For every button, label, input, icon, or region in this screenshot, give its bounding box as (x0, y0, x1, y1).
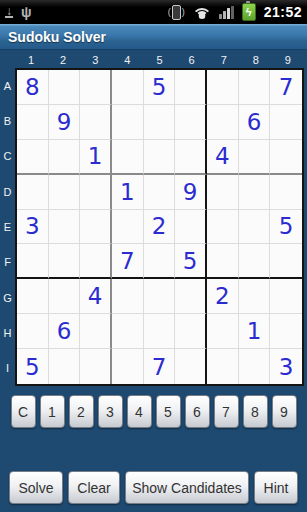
download-icon: ↓ (5, 6, 13, 18)
row-label-G: G (0, 280, 15, 315)
row-label-E: E (0, 209, 15, 244)
cell-I6[interactable] (175, 349, 207, 384)
cell-D6[interactable]: 9 (175, 175, 207, 210)
signal-bar-4 (231, 6, 234, 19)
signal-bar-1 (219, 14, 222, 19)
cell-A3[interactable] (80, 70, 112, 105)
cell-B7[interactable] (207, 105, 239, 140)
cell-G1[interactable] (17, 279, 49, 314)
status-bar-right: () ϟ 21:52 (168, 0, 302, 24)
key-C[interactable]: C (11, 395, 36, 428)
col-label-6: 6 (176, 52, 208, 68)
vibrate-icon: () (168, 5, 185, 20)
cell-G5[interactable] (144, 279, 176, 314)
col-label-1: 1 (15, 52, 47, 68)
screen: ↓ ψ () ϟ 21:52 Sudoku Solver 123456789 A… (0, 0, 307, 512)
cell-C6[interactable] (175, 140, 207, 175)
page-title: Sudoku Solver (0, 29, 106, 45)
cell-F2[interactable] (49, 244, 81, 279)
clock: 21:52 (264, 4, 302, 20)
cell-H5[interactable] (144, 314, 176, 349)
cell-C1[interactable] (17, 140, 49, 175)
key-4[interactable]: 4 (127, 395, 152, 428)
cell-F5[interactable] (144, 244, 176, 279)
cell-G2[interactable] (49, 279, 81, 314)
cell-F1[interactable] (17, 244, 49, 279)
cell-A1[interactable]: 8 (17, 70, 49, 105)
cell-I5[interactable]: 7 (144, 349, 176, 384)
cell-A8[interactable] (239, 70, 271, 105)
cell-A5[interactable]: 5 (144, 70, 176, 105)
cell-A9[interactable]: 7 (270, 70, 302, 105)
cell-F6[interactable]: 5 (175, 244, 207, 279)
cell-E4[interactable] (112, 210, 144, 245)
col-label-5: 5 (143, 52, 175, 68)
cell-D4[interactable]: 1 (112, 175, 144, 210)
cell-D1[interactable] (17, 175, 49, 210)
cell-D5[interactable] (144, 175, 176, 210)
cell-D3[interactable] (80, 175, 112, 210)
cell-G8[interactable] (239, 279, 271, 314)
row-labels: ABCDEFGHI (0, 68, 15, 386)
cell-H8[interactable]: 1 (239, 314, 271, 349)
cell-I7[interactable] (207, 349, 239, 384)
cell-H3[interactable] (80, 314, 112, 349)
cell-B9[interactable] (270, 105, 302, 140)
cell-A6[interactable] (175, 70, 207, 105)
solve-button[interactable]: Solve (9, 471, 63, 504)
cell-G9[interactable] (270, 279, 302, 314)
cell-I2[interactable] (49, 349, 81, 384)
cell-E3[interactable] (80, 210, 112, 245)
cell-H1[interactable] (17, 314, 49, 349)
cell-I8[interactable] (239, 349, 271, 384)
cell-E7[interactable] (207, 210, 239, 245)
signal-strength-icon (219, 6, 234, 19)
row-label-A: A (0, 68, 15, 103)
cell-H9[interactable] (270, 314, 302, 349)
key-9[interactable]: 9 (272, 395, 297, 428)
row-label-F: F (0, 245, 15, 280)
cell-F7[interactable] (207, 244, 239, 279)
signal-bar-2 (223, 11, 226, 19)
cell-G4[interactable] (112, 279, 144, 314)
cell-B6[interactable] (175, 105, 207, 140)
key-8[interactable]: 8 (243, 395, 268, 428)
sudoku-board: 857961419325754261573 (15, 68, 304, 386)
clear-button[interactable]: Clear (68, 471, 120, 504)
battery-icon: ϟ (242, 3, 256, 21)
row-label-B: B (0, 103, 15, 138)
row-label-C: C (0, 139, 15, 174)
cell-E2[interactable] (49, 210, 81, 245)
cell-D9[interactable] (270, 175, 302, 210)
cell-E1[interactable]: 3 (17, 210, 49, 245)
key-6[interactable]: 6 (185, 395, 210, 428)
cell-A2[interactable] (49, 70, 81, 105)
cell-A7[interactable] (207, 70, 239, 105)
cell-C9[interactable] (270, 140, 302, 175)
cell-D8[interactable] (239, 175, 271, 210)
cell-C2[interactable] (49, 140, 81, 175)
cell-B8[interactable]: 6 (239, 105, 271, 140)
col-label-4: 4 (111, 52, 143, 68)
hint-button[interactable]: Hint (254, 471, 298, 504)
signal-bar-3 (227, 8, 230, 19)
cell-A4[interactable] (112, 70, 144, 105)
cell-I1[interactable]: 5 (17, 349, 49, 384)
cell-F8[interactable] (239, 244, 271, 279)
show-candidates-button[interactable]: Show Candidates (125, 471, 249, 504)
cell-E9[interactable]: 5 (270, 210, 302, 245)
cell-B1[interactable] (17, 105, 49, 140)
column-labels: 123456789 (15, 52, 304, 68)
charging-bolt-icon: ϟ (246, 7, 252, 18)
key-3[interactable]: 3 (98, 395, 123, 428)
cell-B3[interactable] (80, 105, 112, 140)
status-bar-left: ↓ ψ (5, 0, 32, 24)
row-label-D: D (0, 174, 15, 209)
col-label-7: 7 (208, 52, 240, 68)
cell-B5[interactable] (144, 105, 176, 140)
usb-icon: ψ (21, 5, 32, 19)
wifi-icon (193, 6, 211, 19)
cell-C4[interactable] (112, 140, 144, 175)
cell-B4[interactable] (112, 105, 144, 140)
cell-I4[interactable] (112, 349, 144, 384)
col-label-9: 9 (272, 52, 304, 68)
cell-I9[interactable]: 3 (270, 349, 302, 384)
keypad: C123456789 (0, 395, 307, 428)
cell-G6[interactable] (175, 279, 207, 314)
cell-E6[interactable] (175, 210, 207, 245)
cell-C8[interactable] (239, 140, 271, 175)
cell-H4[interactable] (112, 314, 144, 349)
cell-F4[interactable]: 7 (112, 244, 144, 279)
cell-E8[interactable] (239, 210, 271, 245)
col-label-8: 8 (240, 52, 272, 68)
action-buttons: SolveClearShow CandidatesHint (0, 471, 307, 504)
cell-C7[interactable]: 4 (207, 140, 239, 175)
key-1[interactable]: 1 (40, 395, 65, 428)
title-bar: Sudoku Solver (0, 24, 307, 50)
cell-E5[interactable]: 2 (144, 210, 176, 245)
cell-I3[interactable] (80, 349, 112, 384)
cell-B2[interactable]: 9 (49, 105, 81, 140)
key-5[interactable]: 5 (156, 395, 181, 428)
cell-G7[interactable]: 2 (207, 279, 239, 314)
cell-H6[interactable] (175, 314, 207, 349)
col-label-2: 2 (47, 52, 79, 68)
cell-F3[interactable] (80, 244, 112, 279)
cell-C3[interactable]: 1 (80, 140, 112, 175)
row-label-H: H (0, 315, 15, 350)
key-2[interactable]: 2 (69, 395, 94, 428)
cell-H2[interactable]: 6 (49, 314, 81, 349)
key-7[interactable]: 7 (214, 395, 239, 428)
cell-C5[interactable] (144, 140, 176, 175)
status-bar: ↓ ψ () ϟ 21:52 (0, 0, 307, 24)
row-label-I: I (0, 351, 15, 386)
col-label-3: 3 (79, 52, 111, 68)
cell-F9[interactable] (270, 244, 302, 279)
cell-H7[interactable] (207, 314, 239, 349)
cell-G3[interactable]: 4 (80, 279, 112, 314)
cell-D7[interactable] (207, 175, 239, 210)
cell-D2[interactable] (49, 175, 81, 210)
